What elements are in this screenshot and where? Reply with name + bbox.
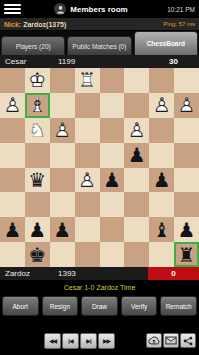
abort-button[interactable]: Abort (2, 296, 39, 316)
board-square[interactable] (0, 118, 25, 143)
player-bottom-name: Zardoz (0, 269, 58, 278)
black-pawn: ♟ (153, 168, 171, 192)
page-title: Members room (70, 5, 127, 14)
player-top-name: Cesar (0, 57, 58, 66)
player-bottom-rating: 1393 (58, 269, 148, 278)
board-square[interactable]: ♚♔ (25, 68, 50, 93)
board-square[interactable] (174, 118, 199, 143)
black-queen: ♛ (28, 168, 46, 192)
ping-status: Ping: 57 ms (163, 21, 195, 27)
board-square[interactable]: ♟ (0, 217, 25, 242)
board-square[interactable]: ♟♙ (50, 118, 75, 143)
board-square[interactable] (50, 68, 75, 93)
player-bottom-clock: 0 (148, 267, 199, 280)
board-square[interactable] (50, 93, 75, 118)
black-bishop: ♝ (153, 218, 171, 242)
board-square[interactable] (75, 217, 100, 242)
player-top-strip: Cesar 1199 30 (0, 55, 199, 68)
white-knight: ♞♘ (28, 118, 46, 142)
board-square[interactable]: ♝♗ (25, 93, 50, 118)
board-square[interactable] (149, 242, 174, 267)
board-square[interactable] (75, 192, 100, 217)
board-square[interactable]: ♝ (149, 217, 174, 242)
white-bishop: ♝♗ (28, 93, 46, 117)
board-square[interactable] (100, 118, 125, 143)
board-square[interactable] (149, 118, 174, 143)
game-result-text: Cesar 1-0 Zardoz Time (0, 281, 199, 294)
board-square[interactable]: ♟ (174, 217, 199, 242)
board-square[interactable]: ♟ (124, 143, 149, 168)
system-clock: 10:21 PM (161, 6, 195, 13)
board-square[interactable] (100, 68, 125, 93)
board-square[interactable] (149, 192, 174, 217)
board-square[interactable]: ♟ (149, 168, 174, 193)
board-square[interactable] (174, 192, 199, 217)
black-pawn: ♟ (3, 218, 21, 242)
board-square[interactable]: ♚ (25, 242, 50, 267)
chess-app-window: Members room 10:21 PM Nick: Zardoz(1375)… (0, 0, 199, 355)
board-square[interactable]: ♜ (174, 242, 199, 267)
board-square[interactable]: ♟♙ (0, 93, 25, 118)
board-square[interactable]: ♟ (100, 168, 125, 193)
white-pawn: ♟♙ (128, 118, 146, 142)
board-square[interactable] (124, 192, 149, 217)
board-square[interactable] (100, 143, 125, 168)
white-pawn: ♟♙ (3, 93, 21, 117)
mail-button[interactable] (163, 333, 179, 348)
resign-button[interactable]: Resign (42, 296, 79, 316)
board-square[interactable]: ♞♘ (25, 118, 50, 143)
board-square[interactable] (25, 143, 50, 168)
white-king: ♚♔ (28, 68, 46, 92)
board-square[interactable] (0, 168, 25, 193)
board-square[interactable] (100, 242, 125, 267)
upload-button[interactable] (146, 333, 162, 348)
board-square[interactable] (100, 217, 125, 242)
board-square[interactable] (174, 68, 199, 93)
chess-board[interactable]: ♚♔♜♖♟♙♝♗♟♙♟♙♞♘♟♙♟♙♟♛♟♙♟♟♟♟♟♝♟♚♜ (0, 68, 199, 267)
board-square[interactable] (50, 143, 75, 168)
board-square[interactable] (50, 192, 75, 217)
envelope-icon (165, 336, 177, 345)
nick-value: Zardoz(1375) (23, 21, 66, 28)
player-top-clock: 30 (148, 55, 199, 68)
board-square[interactable] (100, 93, 125, 118)
board-square[interactable] (75, 242, 100, 267)
tab-players-20[interactable]: Players (20) (1, 36, 65, 55)
board-square[interactable] (25, 192, 50, 217)
board-square[interactable] (124, 168, 149, 193)
white-pawn: ♟♙ (78, 168, 96, 192)
board-square[interactable] (75, 93, 100, 118)
nick-bar: Nick: Zardoz(1375) Ping: 57 ms (0, 18, 199, 31)
black-king: ♚ (28, 243, 46, 267)
room-avatar-icon (54, 3, 66, 15)
black-pawn: ♟ (28, 218, 46, 242)
board-square[interactable]: ♟♙ (149, 93, 174, 118)
board-square[interactable] (174, 168, 199, 193)
black-pawn: ♟ (178, 218, 196, 242)
player-top-rating: 1199 (58, 57, 148, 66)
white-rook: ♜♖ (78, 68, 96, 92)
rewind-start-button[interactable]: ◀◀ (44, 333, 61, 349)
fast-forward-button[interactable]: ▶▶ (98, 333, 115, 349)
board-square[interactable] (124, 68, 149, 93)
board-square[interactable] (0, 192, 25, 217)
share-button[interactable] (180, 333, 196, 348)
step-back-button[interactable]: |◀ (62, 333, 79, 349)
menu-icon[interactable] (4, 4, 21, 14)
board-square[interactable] (75, 118, 100, 143)
action-button-row: AbortResignDrawVerifyRematch (0, 296, 199, 316)
board-square[interactable] (50, 242, 75, 267)
rematch-button[interactable]: Rematch (160, 296, 197, 316)
move-nav-group: ◀◀|◀▶|▶▶ (44, 333, 115, 349)
black-pawn: ♟ (53, 218, 71, 242)
board-square[interactable] (0, 143, 25, 168)
board-square[interactable]: ♟ (50, 217, 75, 242)
white-pawn: ♟♙ (153, 93, 171, 117)
board-square[interactable] (0, 242, 25, 267)
black-rook: ♜ (178, 243, 196, 267)
board-square[interactable] (75, 143, 100, 168)
board-square[interactable] (124, 217, 149, 242)
board-square[interactable] (124, 242, 149, 267)
board-square[interactable] (124, 93, 149, 118)
board-square[interactable] (50, 168, 75, 193)
share-icon (183, 336, 193, 346)
cloud-upload-icon (148, 336, 160, 345)
white-pawn: ♟♙ (178, 93, 196, 117)
top-header: Members room 10:21 PM (0, 0, 199, 18)
board-square[interactable]: ♜♖ (75, 68, 100, 93)
nick-label: Nick: (4, 21, 21, 28)
board-square[interactable]: ♟♙ (174, 93, 199, 118)
board-square[interactable] (149, 143, 174, 168)
verify-button[interactable]: Verify (121, 296, 158, 316)
tab-chessboard[interactable]: ChessBoard (134, 31, 198, 55)
black-pawn: ♟ (128, 143, 146, 167)
bottom-nav-row: ◀◀|◀▶|▶▶ (0, 327, 199, 354)
board-square[interactable] (174, 143, 199, 168)
draw-button[interactable]: Draw (81, 296, 118, 316)
step-forward-button[interactable]: ▶| (80, 333, 97, 349)
tab-bar: Players (20)Public Matches (0)ChessBoard (0, 31, 199, 55)
tab-public-matches-0[interactable]: Public Matches (0) (67, 36, 131, 55)
board-square[interactable] (149, 68, 174, 93)
header-title-group: Members room (21, 3, 161, 15)
board-square[interactable] (0, 68, 25, 93)
board-square[interactable]: ♟♙ (75, 168, 100, 193)
board-square[interactable] (100, 192, 125, 217)
board-square[interactable]: ♟ (25, 217, 50, 242)
board-square[interactable]: ♛ (25, 168, 50, 193)
white-pawn: ♟♙ (53, 118, 71, 142)
player-bottom-strip: Zardoz 1393 0 (0, 267, 199, 280)
share-group (146, 333, 196, 348)
black-pawn: ♟ (103, 168, 121, 192)
board-square[interactable]: ♟♙ (124, 118, 149, 143)
